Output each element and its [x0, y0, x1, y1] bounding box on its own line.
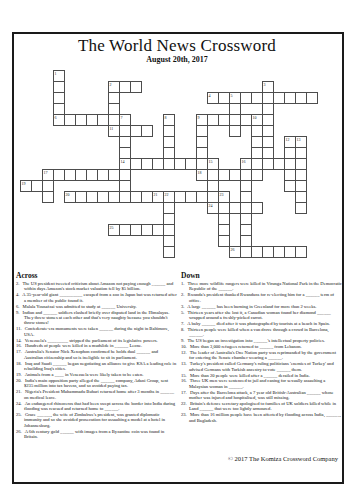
grid-cell[interactable] — [295, 202, 307, 214]
across-clue-4: 4. A 35-year-old giant __________ escape… — [16, 292, 177, 303]
down-clue-1: 1. Three more wildlife rangers were kill… — [181, 281, 342, 292]
down-clue-9: 9. The US began an investigation into __… — [181, 338, 342, 343]
down-clue-13: 13. Turkey's president called Germany's … — [181, 361, 342, 372]
down-clue-2: 2. Rwanda's president thanked Rwandans f… — [181, 292, 342, 303]
clue-number-label: 19 — [22, 181, 26, 186]
grid-cell[interactable] — [163, 246, 175, 258]
down-clues: Down 1. Three more wildlife rangers were… — [181, 271, 342, 424]
clue-number-label: 17 — [44, 170, 48, 175]
grid-cell[interactable] — [251, 169, 263, 181]
clue-number-label: 10 — [253, 115, 257, 120]
across-clue-20: 20. India's main opposition party allege… — [16, 378, 177, 389]
grid-cell[interactable] — [97, 114, 109, 126]
grid-cell[interactable] — [229, 125, 241, 137]
across-clue-14: 14. Venezuela's _________ stripped the p… — [16, 338, 177, 343]
crossword-page: The World News Crossword August 20th, 20… — [0, 0, 354, 500]
clue-number-label: 4 — [209, 93, 211, 98]
clue-number-label: 15 — [209, 159, 213, 164]
clue-number-label: 9 — [198, 115, 200, 120]
across-clue-6: 6. Malala Yousafzai was admitted to stud… — [16, 304, 177, 309]
copyright-notice: © 2017 The Komiza Crossword Company — [88, 455, 338, 462]
across-clue-11: 11. Confederate-era monuments were taken… — [16, 326, 177, 337]
grid-cell[interactable] — [273, 158, 285, 170]
grid-cell[interactable] — [218, 114, 230, 126]
down-clue-5: 5. Thirteen years after she lost it, a C… — [181, 310, 342, 321]
clue-number-label: 13 — [297, 137, 301, 142]
down-clue-7: 7. A baby ______ died after it was photo… — [181, 321, 342, 326]
across-header: Across — [16, 271, 177, 280]
clue-number-label: 24 — [209, 203, 213, 208]
down-header: Down — [181, 271, 342, 280]
across-clue-9: 9. Indian and ______ soldiers clashed br… — [16, 310, 177, 326]
grid-cell[interactable] — [295, 246, 307, 258]
clue-number-label: 23 — [220, 192, 224, 197]
down-clue-17: 17. Days after the Barcelona attack, a 7… — [181, 390, 342, 401]
clue-number-label: 20 — [66, 192, 70, 197]
grid-cell[interactable] — [251, 202, 263, 214]
grid-cell[interactable] — [141, 125, 153, 137]
across-clue-21: 21. Nigeria's President Muhammadu Buhari… — [16, 389, 177, 400]
down-clue-23: 23. More than 16 million people have bee… — [181, 412, 342, 423]
down-clue-16: 16. Three UK men were sentenced to jail … — [181, 378, 342, 389]
across-clue-26: 26. A 6th century gold ______ with image… — [16, 429, 177, 440]
clue-number-label: 26 — [231, 247, 235, 252]
clue-number-label: 11 — [110, 126, 114, 131]
grid-cell[interactable]: 26 — [229, 246, 241, 258]
grid-cell[interactable] — [229, 202, 241, 214]
across-clue-2: 2. The US president tweeted criticism ab… — [16, 281, 177, 292]
clue-number-label: 5 — [231, 93, 233, 98]
grid-cell[interactable] — [306, 92, 318, 104]
grid-cell[interactable] — [152, 158, 164, 170]
grid-cell[interactable]: 18 — [196, 169, 208, 181]
across-clue-16: 16. Hundreds of people were killed in a … — [16, 343, 177, 348]
clue-number-label: 3 — [264, 82, 266, 87]
grid-cell[interactable] — [42, 191, 54, 203]
grid-cell[interactable] — [31, 180, 43, 192]
across-clue-18: 18. Iraq and Saudi ______ began negotiat… — [16, 361, 177, 372]
down-clue-15: 15. More than 20 people were killed afte… — [181, 373, 342, 378]
grid-cell[interactable] — [130, 81, 142, 93]
grid-cell[interactable] — [152, 224, 164, 236]
clue-number-label: 8 — [165, 115, 167, 120]
clue-number-label: 16 — [242, 159, 246, 164]
crossword-grid: 1621134571489101213152416171819202122232… — [20, 70, 319, 259]
down-clue-10: 10. More than 3,000 refugees returned to… — [181, 344, 342, 349]
across-clue-list: 2. The US president tweeted criticism ab… — [16, 281, 177, 439]
down-clue-22: 22. Britain's defence secretary apologis… — [181, 401, 342, 412]
down-clue-list: 1. Three more wildlife rangers were kill… — [181, 281, 342, 423]
page-date: August 20th, 2017 — [0, 55, 354, 64]
clue-number-label: 1 — [55, 71, 57, 76]
grid-cell[interactable] — [196, 191, 208, 203]
page-title: The World News Crossword — [0, 36, 354, 56]
grid-cell[interactable] — [251, 92, 263, 104]
down-clue-3: 3. A large ______ has been burning in Gr… — [181, 304, 342, 309]
clue-number-label: 6 — [55, 115, 57, 120]
across-clue-24: 24. An endangered rhinoceros that had be… — [16, 401, 177, 412]
clue-number-label: 14 — [121, 159, 125, 164]
grid-cell[interactable] — [108, 169, 120, 181]
across-clue-25: 25. Grace ______, the wife of Zimbabwe's… — [16, 412, 177, 428]
down-clue-8: 8. Thirteen people were killed when a va… — [181, 327, 342, 338]
across-clues: Across 2. The US president tweeted criti… — [16, 271, 177, 440]
clue-number-label: 22 — [165, 192, 169, 197]
clue-number-label: 12 — [286, 137, 290, 142]
grid-cell[interactable] — [229, 169, 241, 181]
clue-number-label: 2 — [110, 82, 112, 87]
across-clue-19: 19. Animals from a ____ in Venezuela wer… — [16, 372, 177, 377]
clue-number-label: 25 — [110, 225, 114, 230]
down-clue-12: 12. The leader of Australia's One Nation… — [181, 350, 342, 361]
across-clue-17: 17. Australia's Senator Nick Xenophon co… — [16, 349, 177, 360]
clue-number-label: 7 — [121, 115, 123, 120]
clue-number-label: 21 — [154, 192, 158, 197]
clue-number-label: 18 — [198, 170, 202, 175]
